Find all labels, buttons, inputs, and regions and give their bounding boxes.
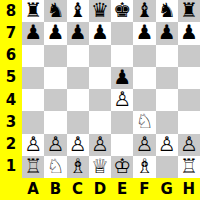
square-c6[interactable] [67,45,89,67]
rank-label-6: 6 [0,45,22,67]
file-label-d: D [89,178,111,200]
white-rook-h1[interactable]: ♖ [180,156,198,176]
corner-spacer [0,178,22,200]
square-f5[interactable] [133,67,155,89]
square-c8[interactable]: ♝ [67,0,89,22]
square-h1[interactable]: ♖ [178,156,200,178]
file-label-h: H [178,178,200,200]
square-d7[interactable]: ♟ [89,22,111,44]
white-bishop-f1[interactable]: ♗ [135,156,153,176]
square-d4[interactable] [89,89,111,111]
square-h5[interactable] [178,67,200,89]
square-c1[interactable]: ♗ [67,156,89,178]
square-b2[interactable]: ♙ [44,134,66,156]
square-f8[interactable]: ♝ [133,0,155,22]
black-knight-b8[interactable]: ♞ [46,0,64,20]
file-label-e: E [111,178,133,200]
square-a4[interactable] [22,89,44,111]
black-pawn-d7[interactable]: ♟ [91,22,109,42]
square-a2[interactable]: ♙ [22,134,44,156]
white-queen-d1[interactable]: ♕ [91,156,109,176]
square-h4[interactable] [178,89,200,111]
square-d8[interactable]: ♛ [89,0,111,22]
file-label-f: F [133,178,155,200]
square-h8[interactable]: ♜ [178,0,200,22]
square-g7[interactable]: ♟ [156,22,178,44]
white-pawn-g2[interactable]: ♙ [158,134,176,154]
square-d1[interactable]: ♕ [89,156,111,178]
square-e6[interactable] [111,45,133,67]
white-rook-a1[interactable]: ♖ [24,156,42,176]
square-d2[interactable]: ♙ [89,134,111,156]
square-a6[interactable] [22,45,44,67]
square-b3[interactable] [44,111,66,133]
chess-board: 87654321 ♜♞♝♛♚♝♞♜♟♟♟♟♟♟♟♟♙♘♙♙♙♙♙♙♙♖♘♗♕♔♗… [0,0,200,200]
square-d3[interactable] [89,111,111,133]
black-pawn-c7[interactable]: ♟ [69,22,87,42]
square-g5[interactable] [156,67,178,89]
file-label-a: A [22,178,44,200]
square-e3[interactable] [111,111,133,133]
square-b6[interactable] [44,45,66,67]
square-e4[interactable]: ♙ [111,89,133,111]
black-rook-h8[interactable]: ♜ [180,0,198,20]
black-pawn-h7[interactable]: ♟ [180,22,198,42]
rank-label-1: 1 [0,156,22,178]
square-e1[interactable]: ♔ [111,156,133,178]
square-c3[interactable] [67,111,89,133]
square-a1[interactable]: ♖ [22,156,44,178]
black-knight-g8[interactable]: ♞ [158,0,176,20]
square-e5[interactable]: ♟ [111,67,133,89]
black-queen-d8[interactable]: ♛ [91,0,109,20]
square-b4[interactable] [44,89,66,111]
black-king-e8[interactable]: ♚ [113,0,131,20]
square-a8[interactable]: ♜ [22,0,44,22]
square-f1[interactable]: ♗ [133,156,155,178]
square-b1[interactable]: ♘ [44,156,66,178]
white-pawn-e4[interactable]: ♙ [113,89,131,109]
white-knight-f3[interactable]: ♘ [135,111,153,131]
white-pawn-f2[interactable]: ♙ [135,134,153,154]
black-pawn-g7[interactable]: ♟ [158,22,176,42]
white-pawn-d2[interactable]: ♙ [91,134,109,154]
square-a7[interactable]: ♟ [22,22,44,44]
white-knight-b1[interactable]: ♘ [46,156,64,176]
square-h7[interactable]: ♟ [178,22,200,44]
square-e2[interactable] [111,134,133,156]
square-c7[interactable]: ♟ [67,22,89,44]
rank-label-7: 7 [0,22,22,44]
square-d6[interactable] [89,45,111,67]
black-pawn-f7[interactable]: ♟ [135,22,153,42]
square-g4[interactable] [156,89,178,111]
black-pawn-b7[interactable]: ♟ [46,22,64,42]
square-a3[interactable] [22,111,44,133]
square-b8[interactable]: ♞ [44,0,66,22]
square-f4[interactable] [133,89,155,111]
black-rook-a8[interactable]: ♜ [24,0,42,20]
rank-label-4: 4 [0,89,22,111]
white-pawn-h2[interactable]: ♙ [180,134,198,154]
black-pawn-a7[interactable]: ♟ [24,22,42,42]
black-pawn-e5[interactable]: ♟ [113,67,131,87]
rank-label-5: 5 [0,67,22,89]
black-bishop-f8[interactable]: ♝ [135,0,153,20]
file-label-g: G [156,178,178,200]
square-e7[interactable] [111,22,133,44]
white-pawn-a2[interactable]: ♙ [24,134,42,154]
white-bishop-c1[interactable]: ♗ [69,156,87,176]
square-g6[interactable] [156,45,178,67]
square-g2[interactable]: ♙ [156,134,178,156]
rank-label-2: 2 [0,134,22,156]
white-pawn-c2[interactable]: ♙ [69,134,87,154]
square-f2[interactable]: ♙ [133,134,155,156]
square-g3[interactable] [156,111,178,133]
white-pawn-b2[interactable]: ♙ [46,134,64,154]
rank-labels: 87654321 [0,0,22,178]
square-h3[interactable] [178,111,200,133]
square-a5[interactable] [22,67,44,89]
black-bishop-c8[interactable]: ♝ [69,0,87,20]
square-h2[interactable]: ♙ [178,134,200,156]
square-d5[interactable] [89,67,111,89]
board-grid: ♜♞♝♛♚♝♞♜♟♟♟♟♟♟♟♟♙♘♙♙♙♙♙♙♙♖♘♗♕♔♗♖ [22,0,200,178]
file-label-b: B [44,178,66,200]
square-c5[interactable] [67,67,89,89]
square-c4[interactable] [67,89,89,111]
file-labels: ABCDEFGH [22,178,200,200]
square-b5[interactable] [44,67,66,89]
square-f6[interactable] [133,45,155,67]
square-f7[interactable]: ♟ [133,22,155,44]
square-h6[interactable] [178,45,200,67]
square-b7[interactable]: ♟ [44,22,66,44]
rank-label-3: 3 [0,111,22,133]
square-c2[interactable]: ♙ [67,134,89,156]
white-king-e1[interactable]: ♔ [113,156,131,176]
square-f3[interactable]: ♘ [133,111,155,133]
square-g1[interactable] [156,156,178,178]
square-g8[interactable]: ♞ [156,0,178,22]
file-label-c: C [67,178,89,200]
square-e8[interactable]: ♚ [111,0,133,22]
rank-label-8: 8 [0,0,22,22]
